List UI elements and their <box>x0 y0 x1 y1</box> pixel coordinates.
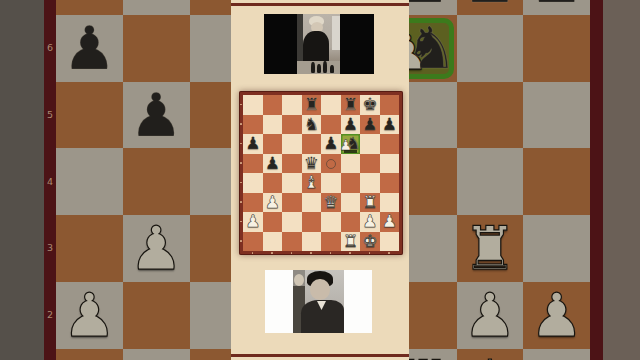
top-photo-chess-piece <box>330 65 334 73</box>
frame-rank-dot <box>240 221 242 223</box>
frame-file-dot <box>349 252 351 254</box>
square-d7[interactable] <box>302 115 322 135</box>
square-b1[interactable] <box>263 232 283 252</box>
square-d2[interactable] <box>302 212 322 232</box>
bg-square-g2 <box>457 282 524 349</box>
square-h4[interactable] <box>380 173 400 193</box>
square-d1[interactable] <box>302 232 322 252</box>
square-f3[interactable] <box>341 193 361 213</box>
chess-board-frame: ♜♜♚♞♟♟♟♟♟♟♞♟♛♝♟♛♜♟♟♟♜♚ <box>239 91 403 255</box>
frame-file-dot <box>252 252 254 254</box>
top-photo-poster <box>332 16 340 50</box>
bg-square-b3 <box>123 215 190 282</box>
square-b7[interactable] <box>263 115 283 135</box>
bg-square-b2 <box>123 282 190 349</box>
bg-rank-label-5: 5 <box>44 109 56 120</box>
square-h1[interactable] <box>380 232 400 252</box>
bg-square-a7 <box>56 0 123 15</box>
bg-rank-label-4: 4 <box>44 176 56 187</box>
square-a5[interactable] <box>243 154 263 174</box>
chess-board[interactable]: ♜♜♚♞♟♟♟♟♟♟♞♟♛♝♟♛♜♟♟♟♜♚ <box>243 95 399 251</box>
bg-rank-label-3: 3 <box>44 242 56 253</box>
square-c5[interactable] <box>282 154 302 174</box>
square-g7[interactable] <box>360 115 380 135</box>
square-a8[interactable] <box>243 95 263 115</box>
square-a1[interactable] <box>243 232 263 252</box>
frame-rank-dot <box>240 201 242 203</box>
last-move-label-bar <box>344 150 357 153</box>
bg-rank-label-2: 2 <box>44 309 56 320</box>
bg-square-g4 <box>457 148 524 215</box>
frame-file-dot <box>271 252 273 254</box>
frame-rank-dot <box>240 240 242 242</box>
top-photo-body <box>303 31 329 62</box>
square-h2[interactable] <box>380 212 400 232</box>
bg-square-h2 <box>523 282 590 349</box>
bg-square-a5 <box>56 82 123 149</box>
square-e1[interactable] <box>321 232 341 252</box>
bg-square-a4 <box>56 148 123 215</box>
square-f8[interactable] <box>341 95 361 115</box>
left-side-strip <box>0 0 44 360</box>
square-e8[interactable] <box>321 95 341 115</box>
square-e7[interactable] <box>321 115 341 135</box>
bg-square-h7 <box>523 0 590 15</box>
square-f2[interactable] <box>341 212 361 232</box>
bg-square-g1 <box>457 349 524 360</box>
move-hint-ring <box>326 159 336 169</box>
square-f6[interactable] <box>341 134 361 154</box>
square-c1[interactable] <box>282 232 302 252</box>
frame-rank-dot <box>240 182 242 184</box>
bg-square-b6 <box>123 15 190 82</box>
frame-rank-dot <box>240 143 242 145</box>
square-b8[interactable] <box>263 95 283 115</box>
square-e4[interactable] <box>321 173 341 193</box>
square-a6[interactable] <box>243 134 263 154</box>
square-h8[interactable] <box>380 95 400 115</box>
square-c8[interactable] <box>282 95 302 115</box>
bg-square-h1 <box>523 349 590 360</box>
square-g6[interactable] <box>360 134 380 154</box>
square-h3[interactable] <box>380 193 400 213</box>
square-g8[interactable] <box>360 95 380 115</box>
square-b5[interactable] <box>263 154 283 174</box>
square-c2[interactable] <box>282 212 302 232</box>
frame-file-dot <box>291 252 293 254</box>
square-e3[interactable] <box>321 193 341 213</box>
square-e6[interactable] <box>321 134 341 154</box>
bg-square-b5 <box>123 82 190 149</box>
top-photo-chess-piece <box>311 62 315 73</box>
bg-square-a3 <box>56 215 123 282</box>
bg-square-g5 <box>457 82 524 149</box>
bg-square-a6 <box>56 15 123 82</box>
square-d8[interactable] <box>302 95 322 115</box>
bg-square-a1 <box>56 349 123 360</box>
square-b2[interactable] <box>263 212 283 232</box>
bg-square-h4 <box>523 148 590 215</box>
bg-square-g7 <box>457 0 524 15</box>
square-d4[interactable] <box>302 173 322 193</box>
square-f4[interactable] <box>341 173 361 193</box>
square-f7[interactable] <box>341 115 361 135</box>
square-h5[interactable] <box>380 154 400 174</box>
frame-file-dot <box>310 252 312 254</box>
square-b4[interactable] <box>263 173 283 193</box>
top-photo-chess-piece <box>323 61 327 73</box>
bottom-photo-face <box>310 279 330 300</box>
frame-rank-dot <box>240 162 242 164</box>
square-d6[interactable] <box>302 134 322 154</box>
bottom-player-photo <box>265 270 372 333</box>
video-frame: ♟♟♟♟♟♞♟♟♜♟♟♟♜♚ 6 5 4 3 2 <box>0 0 640 360</box>
square-a4[interactable] <box>243 173 263 193</box>
bg-square-h5 <box>523 82 590 149</box>
bg-square-b1 <box>123 349 190 360</box>
frame-rank-dot <box>240 104 242 106</box>
square-c4[interactable] <box>282 173 302 193</box>
square-f5[interactable] <box>341 154 361 174</box>
right-side-strip <box>603 0 640 360</box>
square-c7[interactable] <box>282 115 302 135</box>
bg-square-b7 <box>123 0 190 15</box>
bg-square-a2 <box>56 282 123 349</box>
square-h6[interactable] <box>380 134 400 154</box>
square-a7[interactable] <box>243 115 263 135</box>
square-b6[interactable] <box>263 134 283 154</box>
center-card: ♜♜♚♞♟♟♟♟♟♟♞♟♛♝♟♛♜♟♟♟♜♚ <box>231 0 409 360</box>
square-c6[interactable] <box>282 134 302 154</box>
square-g1[interactable] <box>360 232 380 252</box>
square-g5[interactable] <box>360 154 380 174</box>
square-g4[interactable] <box>360 173 380 193</box>
card-bottom-edge <box>231 354 409 357</box>
frame-file-dot <box>388 252 390 254</box>
square-g2[interactable] <box>360 212 380 232</box>
card-top-edge <box>231 3 409 6</box>
frame-file-dot <box>330 252 332 254</box>
square-d5[interactable] <box>302 154 322 174</box>
square-a3[interactable] <box>243 193 263 213</box>
square-a2[interactable] <box>243 212 263 232</box>
bg-square-h3 <box>523 215 590 282</box>
bg-square-g6 <box>457 15 524 82</box>
square-c3[interactable] <box>282 193 302 213</box>
bg-square-h6 <box>523 15 590 82</box>
square-h7[interactable] <box>380 115 400 135</box>
frame-file-dot <box>369 252 371 254</box>
bg-square-b4 <box>123 148 190 215</box>
square-g3[interactable] <box>360 193 380 213</box>
top-photo-chess-piece <box>317 64 321 73</box>
frame-rank-dot <box>240 123 242 125</box>
top-player-photo <box>264 14 374 74</box>
bottom-photo-figure <box>293 270 344 333</box>
square-f1[interactable] <box>341 232 361 252</box>
bg-rank-label-6: 6 <box>44 42 56 53</box>
top-photo-figure <box>297 14 340 74</box>
square-e2[interactable] <box>321 212 341 232</box>
square-b3[interactable] <box>263 193 283 213</box>
square-d3[interactable] <box>302 193 322 213</box>
bg-square-g3 <box>457 215 524 282</box>
